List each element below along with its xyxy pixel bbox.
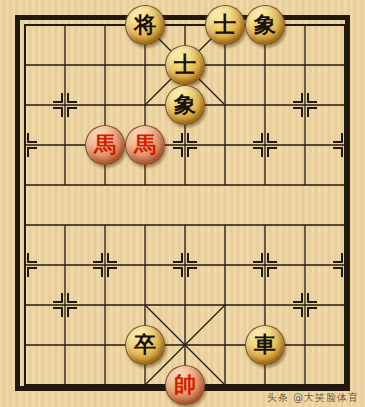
piece-black-elephant[interactable]: 象 xyxy=(165,85,205,125)
piece-black-advisor[interactable]: 士 xyxy=(205,5,245,45)
piece-black-soldier[interactable]: 卒 xyxy=(125,325,165,365)
xiangqi-board: 将士象士象馬馬卒車帥 头条 @大笑脸体育 xyxy=(0,0,365,407)
piece-black-advisor[interactable]: 士 xyxy=(165,45,205,85)
piece-red-horse[interactable]: 馬 xyxy=(85,125,125,165)
piece-red-horse[interactable]: 馬 xyxy=(125,125,165,165)
piece-black-chariot[interactable]: 車 xyxy=(245,325,285,365)
watermark-text: 头条 @大笑脸体育 xyxy=(267,391,359,405)
piece-black-general[interactable]: 将 xyxy=(125,5,165,45)
piece-black-elephant[interactable]: 象 xyxy=(245,5,285,45)
piece-red-general[interactable]: 帥 xyxy=(165,365,205,405)
pieces-layer: 将士象士象馬馬卒車帥 xyxy=(5,5,365,405)
